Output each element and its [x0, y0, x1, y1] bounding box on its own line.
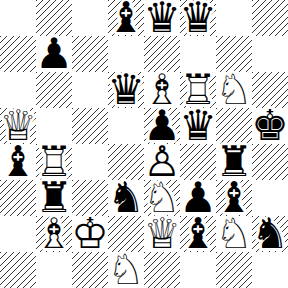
- white-knight-piece: ♘: [216, 72, 252, 108]
- black-bishop-piece: ♝: [180, 216, 216, 252]
- piece-mask: ♟: [144, 144, 180, 180]
- square-e2[interactable]: ♛♕: [144, 216, 180, 252]
- square-f7[interactable]: [180, 36, 216, 72]
- square-a6[interactable]: [0, 72, 36, 108]
- piece-mask: ♞: [216, 72, 252, 108]
- piece-mask: ♟: [36, 36, 72, 72]
- black-bishop-piece: ♝: [108, 0, 144, 36]
- square-g6[interactable]: ♞♘: [216, 72, 252, 108]
- black-pawn-piece: ♟: [144, 108, 180, 144]
- square-c5[interactable]: [72, 108, 108, 144]
- piece-mask: ♝: [108, 0, 144, 36]
- piece-mask: ♚: [252, 108, 288, 144]
- piece-mask: ♜: [36, 180, 72, 216]
- black-knight-piece: ♞: [108, 180, 144, 216]
- piece-mask: ♝: [0, 144, 36, 180]
- square-h1[interactable]: [252, 252, 288, 288]
- square-f2[interactable]: ♝♝: [180, 216, 216, 252]
- black-pawn-piece: ♟: [180, 180, 216, 216]
- white-knight-piece: ♘: [108, 252, 144, 288]
- square-h6[interactable]: [252, 72, 288, 108]
- square-c6[interactable]: [72, 72, 108, 108]
- square-f6[interactable]: ♜♖: [180, 72, 216, 108]
- square-f5[interactable]: ♛♛: [180, 108, 216, 144]
- black-rook-piece: ♜: [36, 180, 72, 216]
- square-e4[interactable]: ♟♙: [144, 144, 180, 180]
- square-g4[interactable]: ♜♜: [216, 144, 252, 180]
- square-a7[interactable]: [0, 36, 36, 72]
- square-h8[interactable]: [252, 0, 288, 36]
- piece-mask: ♛: [0, 108, 36, 144]
- square-h7[interactable]: [252, 36, 288, 72]
- square-a2[interactable]: [0, 216, 36, 252]
- square-b7[interactable]: ♟♟: [36, 36, 72, 72]
- piece-mask: ♞: [108, 252, 144, 288]
- square-d8[interactable]: ♝♝: [108, 0, 144, 36]
- square-h4[interactable]: [252, 144, 288, 180]
- black-king-piece: ♚: [252, 108, 288, 144]
- white-knight-piece: ♘: [216, 216, 252, 252]
- square-d2[interactable]: [108, 216, 144, 252]
- white-pawn-piece: ♙: [144, 144, 180, 180]
- white-queen-piece: ♕: [0, 108, 36, 144]
- square-a1[interactable]: [0, 252, 36, 288]
- square-c7[interactable]: [72, 36, 108, 72]
- piece-mask: ♞: [252, 216, 288, 252]
- white-bishop-piece: ♗: [144, 72, 180, 108]
- square-b3[interactable]: ♜♜: [36, 180, 72, 216]
- piece-mask: ♝: [216, 180, 252, 216]
- square-b5[interactable]: [36, 108, 72, 144]
- square-c8[interactable]: [72, 0, 108, 36]
- piece-mask: ♜: [216, 144, 252, 180]
- square-e1[interactable]: [144, 252, 180, 288]
- piece-mask: ♛: [144, 0, 180, 36]
- white-rook-piece: ♖: [36, 144, 72, 180]
- piece-mask: ♚: [72, 216, 108, 252]
- piece-mask: ♝: [144, 72, 180, 108]
- square-f3[interactable]: ♟♟: [180, 180, 216, 216]
- square-d6[interactable]: ♛♛: [108, 72, 144, 108]
- piece-mask: ♟: [144, 108, 180, 144]
- square-h5[interactable]: ♚♚: [252, 108, 288, 144]
- piece-mask: ♜: [180, 72, 216, 108]
- square-g2[interactable]: ♞♘: [216, 216, 252, 252]
- black-queen-piece: ♛: [180, 108, 216, 144]
- piece-mask: ♝: [180, 216, 216, 252]
- square-b4[interactable]: ♜♖: [36, 144, 72, 180]
- square-e6[interactable]: ♝♗: [144, 72, 180, 108]
- square-h2[interactable]: ♞♞: [252, 216, 288, 252]
- square-d5[interactable]: [108, 108, 144, 144]
- piece-mask: ♜: [36, 144, 72, 180]
- white-queen-piece: ♕: [144, 216, 180, 252]
- square-a5[interactable]: ♛♕: [0, 108, 36, 144]
- square-h3[interactable]: [252, 180, 288, 216]
- square-e5[interactable]: ♟♟: [144, 108, 180, 144]
- square-b1[interactable]: [36, 252, 72, 288]
- square-c1[interactable]: [72, 252, 108, 288]
- square-g5[interactable]: [216, 108, 252, 144]
- square-c3[interactable]: [72, 180, 108, 216]
- square-c4[interactable]: [72, 144, 108, 180]
- piece-mask: ♝: [36, 216, 72, 252]
- square-b2[interactable]: ♝♗: [36, 216, 72, 252]
- square-e7[interactable]: [144, 36, 180, 72]
- piece-mask: ♞: [216, 216, 252, 252]
- square-d4[interactable]: [108, 144, 144, 180]
- black-bishop-piece: ♝: [0, 144, 36, 180]
- piece-mask: ♛: [180, 0, 216, 36]
- black-bishop-piece: ♝: [216, 180, 252, 216]
- square-b6[interactable]: [36, 72, 72, 108]
- square-f8[interactable]: ♛♛: [180, 0, 216, 36]
- square-d1[interactable]: ♞♘: [108, 252, 144, 288]
- square-g3[interactable]: ♝♝: [216, 180, 252, 216]
- black-queen-piece: ♛: [108, 72, 144, 108]
- piece-mask: ♟: [180, 180, 216, 216]
- square-e8[interactable]: ♛♛: [144, 0, 180, 36]
- square-d3[interactable]: ♞♞: [108, 180, 144, 216]
- square-g7[interactable]: [216, 36, 252, 72]
- chess-board: ♝♝♛♛♛♛♟♟♛♛♝♗♜♖♞♘♛♕♟♟♛♛♚♚♝♝♜♖♟♙♜♜♜♜♞♞♞♘♟♟…: [0, 0, 288, 288]
- square-f4[interactable]: [180, 144, 216, 180]
- piece-mask: ♛: [144, 216, 180, 252]
- square-d7[interactable]: [108, 36, 144, 72]
- black-queen-piece: ♛: [180, 0, 216, 36]
- square-a4[interactable]: ♝♝: [0, 144, 36, 180]
- square-a3[interactable]: [0, 180, 36, 216]
- black-knight-piece: ♞: [252, 216, 288, 252]
- black-queen-piece: ♛: [144, 0, 180, 36]
- white-rook-piece: ♖: [180, 72, 216, 108]
- square-e3[interactable]: ♞♘: [144, 180, 180, 216]
- piece-mask: ♞: [144, 180, 180, 216]
- piece-mask: ♛: [108, 72, 144, 108]
- black-pawn-piece: ♟: [36, 36, 72, 72]
- square-g8[interactable]: [216, 0, 252, 36]
- piece-mask: ♞: [108, 180, 144, 216]
- square-f1[interactable]: [180, 252, 216, 288]
- square-a8[interactable]: [0, 0, 36, 36]
- white-king-piece: ♔: [72, 216, 108, 252]
- piece-mask: ♛: [180, 108, 216, 144]
- square-b8[interactable]: [36, 0, 72, 36]
- square-c2[interactable]: ♚♔: [72, 216, 108, 252]
- square-g1[interactable]: [216, 252, 252, 288]
- black-rook-piece: ♜: [216, 144, 252, 180]
- white-knight-piece: ♘: [144, 180, 180, 216]
- white-bishop-piece: ♗: [36, 216, 72, 252]
